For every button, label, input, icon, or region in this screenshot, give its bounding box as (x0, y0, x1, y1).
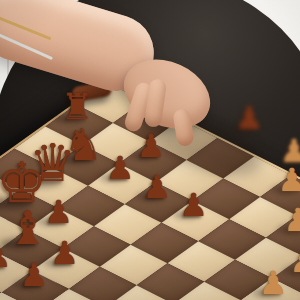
tan-pawn-h5[interactable]: ♟ (259, 266, 288, 298)
captured-red-pawn-standing[interactable]: ♟ (235, 102, 264, 134)
tan-pawn-f8[interactable]: ♟ (277, 163, 300, 195)
red-pawn-d6[interactable]: ♟ (142, 170, 171, 202)
red-pawn-e6[interactable]: ♟ (179, 189, 208, 221)
red-pawn-c4[interactable]: ♟ (44, 196, 73, 228)
red-pawn-c6[interactable]: ♟ (106, 152, 135, 184)
tan-pawn-h6[interactable]: ♟ (289, 244, 300, 276)
red-pawn-c2[interactable]: ♟ (0, 240, 11, 272)
red-pawn-c7[interactable]: ♟ (136, 130, 165, 162)
red-pawn-d3[interactable]: ♟ (50, 236, 79, 268)
red-pawn-d2[interactable]: ♟ (19, 258, 48, 290)
tan-pawn-g7[interactable]: ♟ (283, 204, 300, 236)
red-bishop-c3[interactable]: ♝ (7, 205, 48, 251)
photo-scene: ♜♟♞♟♛♟♟♚♟♟♟♝♟♟♟♟♟ ♟♟ (0, 0, 300, 300)
